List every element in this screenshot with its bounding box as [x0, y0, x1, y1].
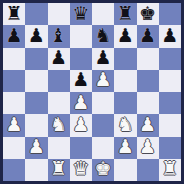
square-g4[interactable]	[137, 92, 159, 114]
square-h6[interactable]	[159, 48, 181, 70]
piece-black-pawn: ♟	[117, 26, 134, 45]
square-a8[interactable]: ♜	[3, 3, 25, 25]
square-h8[interactable]	[159, 3, 181, 25]
square-h2[interactable]	[159, 137, 181, 159]
square-b2[interactable]: ♟	[25, 137, 47, 159]
square-e6[interactable]: ♟	[92, 48, 114, 70]
square-e2[interactable]	[92, 137, 114, 159]
piece-white-pawn: ♟	[28, 137, 45, 156]
piece-white-queen: ♛	[72, 159, 89, 178]
chess-board-screenshot: ♜♛♜♚♟♟♝♞♟♟♟♟♟♟♟♟♟♞♟♞♟♟♟♟♜♛♚♜	[0, 0, 184, 184]
square-h3[interactable]	[159, 114, 181, 136]
square-h5[interactable]	[159, 70, 181, 92]
piece-white-pawn: ♟	[72, 115, 89, 134]
square-g1[interactable]	[137, 159, 159, 181]
square-h1[interactable]: ♜	[159, 159, 181, 181]
square-f3[interactable]: ♞	[114, 114, 136, 136]
square-c7[interactable]: ♝	[48, 25, 70, 47]
piece-white-pawn: ♟	[117, 137, 134, 156]
square-c5[interactable]	[48, 70, 70, 92]
piece-black-king: ♚	[139, 4, 156, 23]
square-b7[interactable]: ♟	[25, 25, 47, 47]
square-h7[interactable]: ♟	[159, 25, 181, 47]
square-a6[interactable]	[3, 48, 25, 70]
square-b1[interactable]	[25, 159, 47, 181]
piece-white-king: ♚	[95, 159, 112, 178]
square-d8[interactable]: ♛	[70, 3, 92, 25]
square-f5[interactable]	[114, 70, 136, 92]
chess-board: ♜♛♜♚♟♟♝♞♟♟♟♟♟♟♟♟♟♞♟♞♟♟♟♟♜♛♚♜	[0, 0, 184, 184]
piece-white-pawn: ♟	[139, 115, 156, 134]
square-g7[interactable]: ♟	[137, 25, 159, 47]
piece-white-knight: ♞	[50, 115, 67, 134]
square-c8[interactable]	[48, 3, 70, 25]
square-d3[interactable]: ♟	[70, 114, 92, 136]
square-a4[interactable]	[3, 92, 25, 114]
piece-black-knight: ♞	[95, 26, 112, 45]
square-g3[interactable]: ♟	[137, 114, 159, 136]
square-h4[interactable]	[159, 92, 181, 114]
square-c4[interactable]	[48, 92, 70, 114]
square-b8[interactable]	[25, 3, 47, 25]
square-a5[interactable]	[3, 70, 25, 92]
square-e8[interactable]	[92, 3, 114, 25]
piece-black-pawn: ♟	[72, 70, 89, 89]
square-b5[interactable]	[25, 70, 47, 92]
piece-black-pawn: ♟	[161, 26, 178, 45]
square-a1[interactable]	[3, 159, 25, 181]
square-c1[interactable]: ♜	[48, 159, 70, 181]
square-d5[interactable]: ♟	[70, 70, 92, 92]
piece-black-pawn: ♟	[139, 26, 156, 45]
square-g5[interactable]	[137, 70, 159, 92]
square-d1[interactable]: ♛	[70, 159, 92, 181]
square-f6[interactable]	[114, 48, 136, 70]
square-f8[interactable]: ♜	[114, 3, 136, 25]
piece-black-queen: ♛	[72, 4, 89, 23]
square-e3[interactable]	[92, 114, 114, 136]
piece-white-pawn: ♟	[72, 93, 89, 112]
piece-black-rook: ♜	[6, 4, 23, 23]
square-a2[interactable]	[3, 137, 25, 159]
piece-black-rook: ♜	[117, 4, 134, 23]
square-a7[interactable]: ♟	[3, 25, 25, 47]
square-f7[interactable]: ♟	[114, 25, 136, 47]
square-a3[interactable]: ♟	[3, 114, 25, 136]
square-e4[interactable]	[92, 92, 114, 114]
square-b6[interactable]	[25, 48, 47, 70]
square-g8[interactable]: ♚	[137, 3, 159, 25]
square-d2[interactable]	[70, 137, 92, 159]
piece-black-pawn: ♟	[28, 26, 45, 45]
piece-white-rook: ♜	[161, 159, 178, 178]
piece-black-pawn: ♟	[50, 48, 67, 67]
square-c2[interactable]	[48, 137, 70, 159]
piece-white-rook: ♜	[50, 159, 67, 178]
square-d6[interactable]	[70, 48, 92, 70]
square-e5[interactable]: ♟	[92, 70, 114, 92]
square-e1[interactable]: ♚	[92, 159, 114, 181]
piece-black-bishop: ♝	[50, 26, 67, 45]
square-d4[interactable]: ♟	[70, 92, 92, 114]
square-c6[interactable]: ♟	[48, 48, 70, 70]
square-d7[interactable]	[70, 25, 92, 47]
square-g2[interactable]: ♟	[137, 137, 159, 159]
square-f4[interactable]	[114, 92, 136, 114]
square-b3[interactable]	[25, 114, 47, 136]
piece-black-pawn: ♟	[6, 26, 23, 45]
piece-black-pawn: ♟	[95, 48, 112, 67]
piece-white-pawn: ♟	[6, 115, 23, 134]
piece-white-pawn: ♟	[95, 70, 112, 89]
square-f2[interactable]: ♟	[114, 137, 136, 159]
piece-white-pawn: ♟	[139, 137, 156, 156]
square-f1[interactable]	[114, 159, 136, 181]
piece-white-knight: ♞	[117, 115, 134, 134]
square-b4[interactable]	[25, 92, 47, 114]
square-e7[interactable]: ♞	[92, 25, 114, 47]
square-g6[interactable]	[137, 48, 159, 70]
square-c3[interactable]: ♞	[48, 114, 70, 136]
